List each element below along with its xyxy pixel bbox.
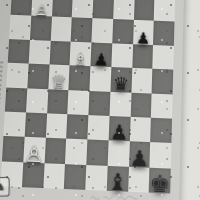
black-king-h1: ♚ <box>149 172 170 196</box>
board-grid: ♙♟♗♟♕♛♟♙♟♝♚ <box>1 0 176 193</box>
square-h7 <box>153 21 174 46</box>
square-b5 <box>27 64 49 89</box>
square-f7 <box>112 19 133 44</box>
square-c6 <box>49 41 71 66</box>
square-h8 <box>154 0 175 22</box>
square-f6 <box>111 43 133 68</box>
square-e6: ♟ <box>90 42 112 67</box>
square-f5: ♛ <box>110 67 132 92</box>
square-g2: ♟ <box>129 141 151 167</box>
square-c5: ♕ <box>48 65 70 90</box>
square-h4 <box>151 93 173 118</box>
square-g5 <box>131 68 153 93</box>
square-c8 <box>51 0 73 18</box>
square-e7 <box>91 18 112 43</box>
square-h1: ♚ <box>149 167 171 193</box>
square-f1: ♝ <box>106 166 128 192</box>
square-a8 <box>11 0 33 16</box>
knight-stamp-icon: ♞ <box>0 177 10 197</box>
square-b6 <box>28 40 50 65</box>
square-h6 <box>153 45 174 70</box>
white-pawn-b8: ♙ <box>35 3 49 18</box>
square-a2 <box>2 136 24 162</box>
square-c3 <box>45 113 67 139</box>
square-d1 <box>64 164 86 190</box>
square-f3: ♟ <box>108 116 130 142</box>
square-e4 <box>88 90 110 115</box>
square-e5 <box>89 66 111 91</box>
square-b3 <box>24 112 46 138</box>
square-a5 <box>6 63 28 88</box>
square-d5 <box>69 65 91 90</box>
square-h2 <box>150 142 172 168</box>
square-h3 <box>150 118 172 144</box>
square-b4 <box>26 88 48 113</box>
square-g8 <box>133 0 154 21</box>
square-d6: ♗ <box>70 41 92 66</box>
square-b8: ♙ <box>31 0 53 17</box>
square-b2: ♙ <box>23 137 45 163</box>
square-g4 <box>130 92 152 117</box>
square-d2 <box>65 139 87 165</box>
white-queen-c5: ♕ <box>50 73 67 92</box>
square-d8 <box>72 0 93 18</box>
black-bishop-f1: ♝ <box>107 170 129 194</box>
black-pawn-g2: ♟ <box>129 147 149 170</box>
square-f4 <box>109 91 131 116</box>
black-pawn-f3: ♟ <box>109 122 128 144</box>
square-a6 <box>8 39 30 64</box>
square-e3 <box>87 115 109 141</box>
black-pawn-g7: ♟ <box>136 30 151 46</box>
square-e8 <box>92 0 113 19</box>
square-e2 <box>86 140 108 166</box>
handwriting-marks <box>89 192 143 200</box>
black-queen-f5: ♛ <box>112 75 129 94</box>
white-pawn-b2: ♙ <box>24 143 45 166</box>
square-b7 <box>30 16 52 41</box>
white-bishop-d6: ♗ <box>72 51 88 69</box>
square-c1 <box>43 163 65 189</box>
square-d3 <box>66 114 88 140</box>
square-h5 <box>152 69 173 94</box>
square-d4 <box>68 90 90 115</box>
chess-board: ♙♟♗♟♕♛♟♙♟♝♚ ♞ <box>0 0 184 200</box>
square-g3 <box>129 117 151 143</box>
square-f8 <box>113 0 134 20</box>
square-g7: ♟ <box>133 20 154 45</box>
knight-glyph: ♞ <box>0 181 6 193</box>
square-c7 <box>50 17 72 42</box>
square-a4 <box>5 87 27 112</box>
square-a3 <box>3 111 25 137</box>
frame-brand-text <box>0 61 3 103</box>
square-d7 <box>71 18 93 43</box>
square-e1 <box>85 165 107 191</box>
black-pawn-e6: ♟ <box>93 51 109 69</box>
square-c4 <box>47 89 69 114</box>
square-c2 <box>44 138 66 164</box>
square-g6 <box>132 44 153 69</box>
photo-stage: ♙♟♗♟♕♛♟♙♟♝♚ ♞ <box>0 0 200 200</box>
square-a7 <box>9 15 31 40</box>
